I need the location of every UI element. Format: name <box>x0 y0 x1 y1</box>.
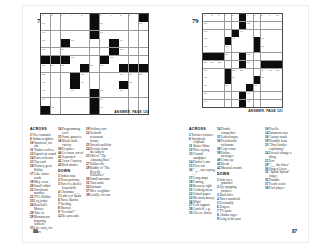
cell-number: 14 <box>100 31 103 34</box>
clue: 21 Cooking meas. <box>189 187 215 191</box>
white-cell: 17 <box>119 39 128 47</box>
cell-number: 41 <box>100 98 103 101</box>
crossword-grid-79: 1234567891011121314151617181920212223242… <box>202 13 283 108</box>
clue: 39 Gorilla, for one <box>86 193 112 197</box>
white-cell <box>261 84 268 91</box>
cell-number: 20 <box>261 45 264 48</box>
cell-number: 40 <box>42 98 45 101</box>
cell-number: 36 <box>204 84 207 87</box>
white-cell <box>246 37 253 44</box>
black-cell <box>70 73 79 81</box>
cell-number: 39 <box>120 89 123 92</box>
white-cell <box>210 84 217 91</box>
page-folio-87: 87 <box>292 229 297 234</box>
white-cell: 41 <box>100 98 109 106</box>
black-cell <box>61 39 70 47</box>
black-cell <box>129 64 138 72</box>
black-cell <box>239 61 246 68</box>
white-cell <box>217 76 224 83</box>
white-cell <box>70 48 79 56</box>
white-cell <box>51 73 60 81</box>
black-cell <box>254 45 261 52</box>
white-cell <box>129 39 138 47</box>
black-cell <box>239 53 246 60</box>
white-cell <box>109 73 118 81</box>
black-cell <box>239 92 246 99</box>
white-cell <box>80 89 89 97</box>
clue: 20 Brewery sight <box>189 183 215 187</box>
black-cell <box>119 64 128 72</box>
clue: 23 "Don't bother explaining" <box>265 143 297 150</box>
white-cell: 5 <box>232 14 239 21</box>
black-cell <box>261 61 268 68</box>
clue: 29 Monuments honoring soldiers <box>30 215 56 226</box>
white-cell <box>275 37 282 44</box>
black-cell <box>61 56 70 64</box>
white-cell <box>217 84 224 91</box>
white-cell <box>275 22 282 29</box>
white-cell: 2 <box>210 14 217 21</box>
clue: 36 Black cattle variety <box>58 139 84 146</box>
cell-number: 34 <box>232 76 235 79</box>
clue: 38 Pool player <box>265 186 297 190</box>
white-cell: 13 <box>203 30 210 37</box>
clue: 33 Cheese choice <box>189 211 215 215</box>
cell-number: 17 <box>261 37 264 40</box>
cell-number: 10 <box>42 22 45 25</box>
cell-number: 37 <box>71 89 74 92</box>
black-cell <box>210 53 217 60</box>
white-cell <box>275 92 282 99</box>
white-cell <box>51 98 60 106</box>
black-cell <box>275 61 282 68</box>
white-cell: 1 <box>41 14 50 22</box>
cell-number: 18 <box>42 48 45 51</box>
white-cell <box>275 53 282 60</box>
white-cell <box>232 92 239 99</box>
white-cell <box>225 61 232 68</box>
cell-number: 7 <box>110 14 111 17</box>
white-cell: 26 <box>246 61 253 68</box>
cell-number: 13 <box>42 31 45 34</box>
black-cell <box>100 56 109 64</box>
clue: 9 Long in the past <box>217 217 243 221</box>
black-cell <box>139 14 148 22</box>
clue-list-header: ACROSS <box>30 127 56 131</box>
black-cell <box>239 100 246 107</box>
white-cell: 9 <box>268 14 275 21</box>
clue: 42 Musical sounds <box>217 166 243 170</box>
black-cell <box>90 22 99 30</box>
black-cell <box>90 31 99 39</box>
cell-number: 28 <box>232 69 235 72</box>
white-cell <box>254 53 261 60</box>
white-cell <box>80 22 89 30</box>
white-cell <box>261 100 268 107</box>
white-cell <box>232 61 239 68</box>
white-cell: 26 <box>90 64 99 72</box>
white-cell: 22 <box>109 56 118 64</box>
clue: 31 "Splish Splash" singer <box>265 170 297 177</box>
white-cell: 13 <box>41 31 50 39</box>
cell-number: 36 <box>42 89 45 92</box>
white-cell: 8 <box>261 14 268 21</box>
white-cell <box>225 100 232 107</box>
black-cell <box>109 39 118 47</box>
clue: 24 Doesn't change a thing <box>265 151 297 158</box>
cell-number: 4 <box>225 14 226 17</box>
white-cell <box>51 31 60 39</box>
white-cell: 3 <box>61 14 70 22</box>
white-cell: 39 <box>119 89 128 97</box>
black-cell <box>254 76 261 83</box>
cell-number: 3 <box>61 14 62 17</box>
white-cell <box>100 73 109 81</box>
white-cell: 16 <box>232 37 239 44</box>
white-cell <box>80 98 89 106</box>
clue: 23 Mexican money <box>189 195 215 199</box>
white-cell <box>80 48 89 56</box>
cell-number: 9 <box>129 14 130 17</box>
white-cell: 2 <box>51 14 60 22</box>
clue-list-header: DOWN <box>58 168 84 172</box>
cell-number: 26 <box>247 61 250 64</box>
cell-number: 2 <box>211 14 212 17</box>
white-cell <box>232 53 239 60</box>
white-cell <box>232 84 239 91</box>
white-cell: 27 <box>100 64 109 72</box>
white-cell <box>119 98 128 106</box>
white-cell <box>139 98 148 106</box>
white-cell: 34 <box>232 76 239 83</box>
white-cell <box>129 98 138 106</box>
cell-number: 9 <box>269 14 270 17</box>
white-cell <box>232 100 239 107</box>
cell-number: 33 <box>204 76 207 79</box>
cell-number: 28 <box>42 73 45 76</box>
white-cell: 15 <box>203 37 210 44</box>
white-cell <box>225 22 232 29</box>
white-cell: 35 <box>261 76 268 83</box>
cell-number: 10 <box>276 14 279 17</box>
white-cell: 20 <box>119 48 128 56</box>
white-cell <box>261 53 268 60</box>
white-cell <box>129 31 138 39</box>
white-cell <box>100 81 109 89</box>
white-cell <box>119 56 128 64</box>
white-cell <box>217 100 224 107</box>
black-cell <box>254 37 261 44</box>
cell-number: 33 <box>42 81 45 84</box>
white-cell: 12 <box>139 22 148 30</box>
white-cell: 10 <box>41 22 50 30</box>
cell-number: 20 <box>120 48 123 51</box>
white-cell <box>109 31 118 39</box>
white-cell: 32 <box>139 73 148 81</box>
white-cell: 25 <box>217 61 224 68</box>
white-cell <box>239 45 246 52</box>
white-cell <box>210 45 217 52</box>
white-cell <box>51 48 60 56</box>
white-cell <box>210 92 217 99</box>
white-cell <box>210 30 217 37</box>
white-cell: 21 <box>70 56 79 64</box>
clues-column-1-page-79: ACROSS1 Rooster features6 Storybook elep… <box>189 127 215 215</box>
white-cell: 42 <box>246 100 253 107</box>
black-cell <box>225 69 232 76</box>
white-cell <box>246 45 253 52</box>
white-cell <box>268 84 275 91</box>
white-cell <box>261 22 268 29</box>
answer-reference-79: ANSWER, PAGE 121 <box>174 109 283 112</box>
cell-number: 6 <box>247 14 248 17</box>
white-cell: 15 <box>41 39 50 47</box>
clue: 12 Be agreeable <box>58 213 84 217</box>
white-cell <box>232 22 239 29</box>
white-cell: 30 <box>119 73 128 81</box>
clue: 25 Phil of "The Amazing Race" <box>86 154 112 161</box>
white-cell <box>51 22 60 30</box>
black-cell <box>246 84 253 91</box>
white-cell: 11 <box>203 22 210 29</box>
cell-number: 8 <box>261 14 262 17</box>
cell-number: 37 <box>225 84 228 87</box>
white-cell: 31 <box>268 69 275 76</box>
white-cell <box>217 92 224 99</box>
white-cell: 22 <box>246 53 253 60</box>
white-cell: 24 <box>210 61 217 68</box>
white-cell <box>80 31 89 39</box>
white-cell <box>232 45 239 52</box>
white-cell <box>210 69 217 76</box>
cell-number: 19 <box>225 45 228 48</box>
white-cell: 29 <box>239 69 246 76</box>
white-cell <box>217 37 224 44</box>
clue: 10 Sportscar, for one <box>30 140 56 147</box>
white-cell: 18 <box>41 48 50 56</box>
white-cell <box>90 81 99 89</box>
cell-number: 24 <box>51 64 54 67</box>
black-cell <box>225 76 232 83</box>
clue: 16 "___ was saying ..." <box>189 168 215 175</box>
clue: 21 Storybook monster <box>30 187 56 194</box>
white-cell <box>90 56 99 64</box>
white-cell: 7 <box>254 14 261 21</box>
cell-number: 29 <box>81 73 84 76</box>
white-cell: 41 <box>203 100 210 107</box>
clue: 42 Actor Connery <box>58 158 84 162</box>
clue: 2 Eye-popping pictures <box>217 185 243 192</box>
cell-number: 17 <box>120 39 123 42</box>
white-cell <box>109 22 118 30</box>
white-cell: 17 <box>261 37 268 44</box>
black-cell <box>90 89 99 97</box>
white-cell <box>139 56 148 64</box>
cell-number: 38 <box>100 89 103 92</box>
white-cell: 35 <box>129 81 138 89</box>
white-cell <box>268 76 275 83</box>
white-cell: 4 <box>225 14 232 21</box>
white-cell <box>139 89 148 97</box>
white-cell <box>239 76 246 83</box>
clue: 17 Like winter roads <box>30 172 56 179</box>
white-cell: 14 <box>100 31 109 39</box>
white-cell <box>139 39 148 47</box>
white-cell <box>275 100 282 107</box>
cell-number: 42 <box>51 106 54 109</box>
white-cell <box>129 56 138 64</box>
cell-number: 4 <box>71 14 72 17</box>
white-cell <box>70 31 79 39</box>
clue: 34 Honda competitor <box>217 127 243 134</box>
cell-number: 21 <box>71 56 74 59</box>
white-cell <box>275 84 282 91</box>
cell-number: 7 <box>254 14 255 17</box>
clues-column-3-page-78: 19 Solitary sort22 Seafood restaurant fi… <box>86 127 112 197</box>
white-cell <box>90 48 99 56</box>
cell-number: 15 <box>42 39 45 42</box>
clue: 22 Seafood restaurant fixture <box>86 131 112 142</box>
white-cell: 30 <box>261 69 268 76</box>
white-cell: 29 <box>80 73 89 81</box>
cell-number: 40 <box>247 92 250 95</box>
white-cell <box>275 76 282 83</box>
cell-number: 27 <box>100 64 103 67</box>
white-cell <box>268 30 275 37</box>
white-cell: 33 <box>41 81 50 89</box>
clue: 6 Storybook elephant <box>189 136 215 143</box>
black-cell <box>217 53 224 60</box>
white-cell <box>129 89 138 97</box>
white-cell: 27 <box>203 69 210 76</box>
cell-number: 38 <box>254 84 257 87</box>
white-cell <box>139 31 148 39</box>
white-cell: 33 <box>203 76 210 83</box>
white-cell <box>119 22 128 30</box>
cell-number: 22 <box>247 53 250 56</box>
white-cell: 11 <box>100 22 109 30</box>
clue-list-header: DOWN <box>217 172 243 176</box>
white-cell <box>129 48 138 56</box>
white-cell: 12 <box>246 22 253 29</box>
white-cell: 10 <box>275 14 282 21</box>
white-cell <box>129 22 138 30</box>
black-cell <box>225 37 232 44</box>
white-cell: 8 <box>119 14 128 22</box>
white-cell <box>109 89 118 97</box>
black-cell <box>90 14 99 22</box>
clue: 24 Deviate from the subject <box>86 146 112 153</box>
white-cell <box>275 45 282 52</box>
cell-number: 5 <box>232 14 233 17</box>
cell-number: 18 <box>204 45 207 48</box>
white-cell <box>268 22 275 29</box>
cell-number: 16 <box>71 39 74 42</box>
clue: 36 Presidential nickname <box>217 139 243 146</box>
white-cell <box>246 69 253 76</box>
white-cell <box>139 48 148 56</box>
cell-number: 22 <box>110 56 113 59</box>
cell-number: 24 <box>211 61 214 64</box>
cell-number: 39 <box>204 92 207 95</box>
white-cell: 6 <box>100 14 109 22</box>
white-cell: 24 <box>51 64 60 72</box>
white-cell: 3 <box>217 14 224 21</box>
white-cell <box>268 37 275 44</box>
black-cell <box>80 64 89 72</box>
black-cell <box>239 14 246 21</box>
black-cell <box>41 56 50 64</box>
black-cell <box>268 61 275 68</box>
white-cell <box>210 37 217 44</box>
puzzle-number-79: 79 <box>192 17 199 24</box>
white-cell <box>246 30 253 37</box>
cell-number: 1 <box>42 14 43 17</box>
white-cell <box>61 89 70 97</box>
clue: 34 Programming error <box>58 127 84 134</box>
white-cell: 32 <box>275 69 282 76</box>
white-cell <box>254 92 261 99</box>
cell-number: 12 <box>139 22 142 25</box>
cell-number: 32 <box>276 69 279 72</box>
white-cell <box>217 69 224 76</box>
white-cell: 1 <box>203 14 210 21</box>
cell-number: 2 <box>51 14 52 17</box>
white-cell <box>261 92 268 99</box>
black-cell <box>70 81 79 89</box>
white-cell <box>61 98 70 106</box>
white-cell: 37 <box>225 84 232 91</box>
black-cell <box>139 64 148 72</box>
white-cell <box>109 98 118 106</box>
white-cell <box>100 48 109 56</box>
white-cell: 19 <box>225 45 232 52</box>
black-cell <box>232 30 239 37</box>
white-cell <box>210 76 217 83</box>
white-cell <box>61 73 70 81</box>
white-cell: 23 <box>203 61 210 68</box>
cell-number: 13 <box>204 30 207 33</box>
cell-number: 30 <box>120 73 123 76</box>
white-cell <box>254 69 261 76</box>
clues-column-2-page-78: 34 Programming error35 Some gametes36 Bl… <box>58 127 84 217</box>
cell-number: 16 <box>232 37 235 40</box>
white-cell <box>246 76 253 83</box>
white-cell: 23 <box>41 64 50 72</box>
white-cell: 28 <box>41 73 50 81</box>
white-cell <box>100 39 109 47</box>
cell-number: 3 <box>218 14 219 17</box>
white-cell <box>254 61 261 68</box>
white-cell: 36 <box>41 89 50 97</box>
white-cell: 38 <box>254 84 261 91</box>
white-cell: 9 <box>129 14 138 22</box>
cell-number: 26 <box>90 64 93 67</box>
black-cell <box>109 48 118 56</box>
clues-column-2-page-79: 34 Honda competitor35 Lobed organ36 Pres… <box>217 127 243 221</box>
cell-number: 11 <box>100 22 103 25</box>
white-cell <box>254 30 261 37</box>
white-cell <box>268 53 275 60</box>
white-cell <box>61 81 70 89</box>
clue-list-header: ACROSS <box>189 127 215 131</box>
white-cell: 25 <box>61 64 70 72</box>
clue: 39 Online messages <box>217 150 243 157</box>
cell-number: 15 <box>204 37 207 40</box>
black-cell <box>90 98 99 106</box>
white-cell <box>217 45 224 52</box>
crossword-grid-78: 1234567891011121314151617181920212223242… <box>40 13 149 115</box>
